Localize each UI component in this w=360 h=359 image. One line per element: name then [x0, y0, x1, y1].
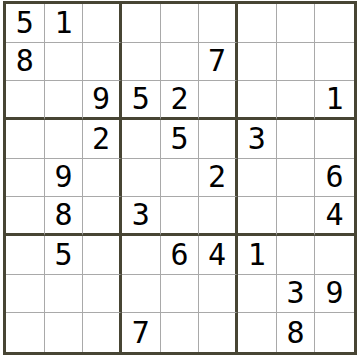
cell-r8c9[interactable]: 9 [315, 275, 354, 314]
given-digit: 9 [92, 84, 110, 114]
cell-r5c8[interactable] [277, 159, 316, 198]
cell-r4c1[interactable] [6, 120, 45, 159]
cell-r8c2[interactable] [45, 275, 84, 314]
cell-r5c7[interactable] [238, 159, 277, 198]
cell-r9c5[interactable] [161, 313, 200, 352]
given-digit: 3 [132, 200, 150, 230]
cell-r2c6[interactable]: 7 [199, 43, 238, 82]
cell-r7c8[interactable] [277, 236, 316, 275]
cell-r9c8[interactable]: 8 [277, 313, 316, 352]
cell-r1c3[interactable] [83, 4, 122, 43]
cell-r2c3[interactable] [83, 43, 122, 82]
given-digit: 2 [92, 124, 110, 154]
cell-r6c4[interactable]: 3 [122, 197, 161, 236]
cell-r9c7[interactable] [238, 313, 277, 352]
cell-r2c5[interactable] [161, 43, 200, 82]
cell-r2c9[interactable] [315, 43, 354, 82]
cell-r7c3[interactable] [83, 236, 122, 275]
cell-r5c1[interactable] [6, 159, 45, 198]
sudoku-board: 5187952125392683456413978 [3, 1, 357, 355]
given-digit: 8 [286, 318, 304, 348]
cell-r3c2[interactable] [45, 81, 84, 120]
cell-r4c9[interactable] [315, 120, 354, 159]
given-digit: 1 [326, 84, 344, 114]
cell-r8c4[interactable] [122, 275, 161, 314]
given-digit: 3 [248, 124, 266, 154]
given-digit: 1 [248, 240, 266, 270]
cell-r5c4[interactable] [122, 159, 161, 198]
cell-r5c3[interactable] [83, 159, 122, 198]
given-digit: 7 [208, 46, 226, 76]
cell-r8c6[interactable] [199, 275, 238, 314]
cell-r3c3[interactable]: 9 [83, 81, 122, 120]
cell-r2c4[interactable] [122, 43, 161, 82]
cell-r8c3[interactable] [83, 275, 122, 314]
cell-r7c7[interactable]: 1 [238, 236, 277, 275]
cell-r6c2[interactable]: 8 [45, 197, 84, 236]
given-digit: 4 [326, 200, 344, 230]
cell-r5c2[interactable]: 9 [45, 159, 84, 198]
cell-r5c9[interactable]: 6 [315, 159, 354, 198]
cell-r2c2[interactable] [45, 43, 84, 82]
cell-r2c8[interactable] [277, 43, 316, 82]
given-digit: 5 [170, 124, 188, 154]
cell-r3c5[interactable]: 2 [161, 81, 200, 120]
cell-r4c2[interactable] [45, 120, 84, 159]
cell-r7c5[interactable]: 6 [161, 236, 200, 275]
cell-r1c7[interactable] [238, 4, 277, 43]
cell-r9c6[interactable] [199, 313, 238, 352]
cell-r7c4[interactable] [122, 236, 161, 275]
given-digit: 5 [54, 240, 72, 270]
cell-r6c3[interactable] [83, 197, 122, 236]
given-digit: 2 [208, 162, 226, 192]
given-digit: 9 [326, 278, 344, 308]
cell-r6c8[interactable] [277, 197, 316, 236]
given-digit: 5 [132, 84, 150, 114]
cell-r3c7[interactable] [238, 81, 277, 120]
given-digit: 7 [132, 318, 150, 348]
cell-r9c3[interactable] [83, 313, 122, 352]
cell-r9c4[interactable]: 7 [122, 313, 161, 352]
cell-r1c2[interactable]: 1 [45, 4, 84, 43]
cell-r7c1[interactable] [6, 236, 45, 275]
cell-r9c2[interactable] [45, 313, 84, 352]
given-digit: 8 [16, 46, 34, 76]
cell-r8c7[interactable] [238, 275, 277, 314]
cell-r6c7[interactable] [238, 197, 277, 236]
given-digit: 4 [208, 240, 226, 270]
cell-r3c9[interactable]: 1 [315, 81, 354, 120]
cell-r4c4[interactable] [122, 120, 161, 159]
given-digit: 2 [170, 84, 188, 114]
cell-r9c9[interactable] [315, 313, 354, 352]
cell-r8c5[interactable] [161, 275, 200, 314]
given-digit: 9 [54, 162, 72, 192]
cell-r4c6[interactable] [199, 120, 238, 159]
cell-r3c1[interactable] [6, 81, 45, 120]
cell-r7c9[interactable] [315, 236, 354, 275]
cell-r4c3[interactable]: 2 [83, 120, 122, 159]
cell-r3c8[interactable] [277, 81, 316, 120]
cell-r7c2[interactable]: 5 [45, 236, 84, 275]
cell-r5c6[interactable]: 2 [199, 159, 238, 198]
cell-r8c1[interactable] [6, 275, 45, 314]
cell-r4c8[interactable] [277, 120, 316, 159]
cell-r1c8[interactable] [277, 4, 316, 43]
cell-r7c6[interactable]: 4 [199, 236, 238, 275]
cell-r1c1[interactable]: 5 [6, 4, 45, 43]
cell-r3c4[interactable]: 5 [122, 81, 161, 120]
given-digit: 6 [326, 162, 344, 192]
cell-r9c1[interactable] [6, 313, 45, 352]
given-digit: 6 [170, 240, 188, 270]
cell-r4c5[interactable]: 5 [161, 120, 200, 159]
cell-r6c9[interactable]: 4 [315, 197, 354, 236]
cell-r3c6[interactable] [199, 81, 238, 120]
cell-r6c5[interactable] [161, 197, 200, 236]
cell-r4c7[interactable]: 3 [238, 120, 277, 159]
cell-r5c5[interactable] [161, 159, 200, 198]
given-digit: 5 [16, 8, 34, 38]
given-digit: 8 [54, 200, 72, 230]
cell-r2c7[interactable] [238, 43, 277, 82]
cell-r1c5[interactable] [161, 4, 200, 43]
cell-r6c1[interactable] [6, 197, 45, 236]
cell-r6c6[interactable] [199, 197, 238, 236]
cell-r2c1[interactable]: 8 [6, 43, 45, 82]
given-digit: 3 [286, 278, 304, 308]
cell-r1c9[interactable] [315, 4, 354, 43]
given-digit: 1 [54, 8, 72, 38]
cell-r8c8[interactable]: 3 [277, 275, 316, 314]
sudoku-page: 5187952125392683456413978 [0, 0, 360, 359]
cell-r1c4[interactable] [122, 4, 161, 43]
cell-r1c6[interactable] [199, 4, 238, 43]
